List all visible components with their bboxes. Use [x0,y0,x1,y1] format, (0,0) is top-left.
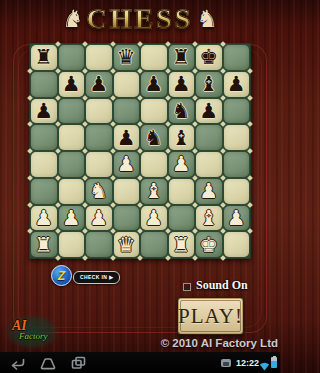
square-b7: ♟ [59,72,85,97]
board-stud [247,202,253,208]
black-pawn-piece: ♟ [144,72,163,96]
square-g8: ♚ [196,45,222,70]
square-g4 [196,152,222,177]
square-e3: ♝ [141,179,167,204]
square-b6 [59,99,85,124]
square-f2 [169,206,195,231]
white-pawn-piece: ♟ [34,206,53,230]
black-pawn-piece: ♟ [227,72,246,96]
white-pawn-piece: ♟ [117,152,136,176]
android-system-bar: 12:22 [0,352,280,373]
board-stud [165,255,171,261]
square-h7: ♟ [224,72,250,97]
knight-icon: ♞ [62,4,84,34]
zeemote-z-icon: Z [58,269,65,283]
square-c4 [86,152,112,177]
home-icon[interactable] [38,355,58,370]
black-pawn-piece: ♟ [117,126,136,150]
square-g3: ♟ [196,179,222,204]
board-stud [55,255,61,261]
board-stud [247,68,253,74]
square-a8: ♜ [31,45,57,70]
square-e6 [141,99,167,124]
black-queen-piece: ♛ [117,45,136,69]
black-pawn-piece: ♟ [34,99,53,123]
square-e5: ♞ [141,125,167,150]
square-h6 [224,99,250,124]
white-bishop-piece: ♝ [199,206,218,230]
black-bishop-piece: ♝ [199,72,218,96]
black-pawn-piece: ♟ [172,72,191,96]
white-pawn-piece: ♟ [227,206,246,230]
square-c1 [86,232,112,257]
sound-checkbox[interactable] [183,283,191,291]
square-c3: ♞ [86,179,112,204]
square-g7: ♝ [196,72,222,97]
square-g5 [196,125,222,150]
black-knight-piece: ♞ [172,99,191,123]
app-title-bar: ♞ CHESS ♞ [0,1,280,37]
square-b1 [59,232,85,257]
black-pawn-piece: ♟ [199,99,218,123]
square-h1 [224,232,250,257]
logo-factory-text: Factory [19,331,48,341]
white-rook-piece: ♜ [172,233,191,257]
chess-title-screen: { "game": "chess", "app_title": "CHESS",… [0,0,280,373]
square-g1: ♚ [196,232,222,257]
square-g2: ♝ [196,206,222,231]
white-pawn-piece: ♟ [89,206,108,230]
white-knight-piece: ♞ [89,179,108,203]
knight-icon: ♞ [196,4,218,34]
square-h2: ♟ [224,206,250,231]
square-e2: ♟ [141,206,167,231]
white-pawn-piece: ♟ [199,179,218,203]
chess-board: ♜♛♜♚♟♟♟♟♝♟♟♞♟♟♞♝♟♟♞♝♟♟♟♟♟♝♟♜♛♜♚ [29,43,251,259]
board-stud [220,255,226,261]
square-d6 [114,99,140,124]
board-stud [110,255,116,261]
white-queen-piece: ♛ [117,233,136,257]
square-d1: ♛ [114,232,140,257]
square-e8 [141,45,167,70]
battery-icon [271,357,277,368]
square-f3 [169,179,195,204]
black-pawn-piece: ♟ [62,72,81,96]
square-d2 [114,206,140,231]
square-b4 [59,152,85,177]
square-d4: ♟ [114,152,140,177]
black-bishop-piece: ♝ [172,126,191,150]
square-a3 [31,179,57,204]
square-a7 [31,72,57,97]
square-h4 [224,152,250,177]
square-c6 [86,99,112,124]
black-pawn-piece: ♟ [89,72,108,96]
check-in-button[interactable]: CHECK IN ▶ [73,271,120,284]
play-button-label: PLAY! [178,304,243,329]
square-h5 [224,125,250,150]
square-a1: ♜ [31,232,57,257]
white-pawn-piece: ♟ [172,152,191,176]
square-f6: ♞ [169,99,195,124]
square-e7: ♟ [141,72,167,97]
recents-icon[interactable] [68,355,88,370]
board-stud [247,175,253,181]
white-pawn-piece: ♟ [144,206,163,230]
square-b3 [59,179,85,204]
square-f8: ♜ [169,45,195,70]
square-c8 [86,45,112,70]
square-c5 [86,125,112,150]
app-title: CHESS [87,3,194,35]
square-d3 [114,179,140,204]
square-e1 [141,232,167,257]
copyright-text: © 2010 AI Factory Ltd [161,337,278,349]
sound-label: Sound On [196,278,248,293]
play-button[interactable]: PLAY! [177,297,244,335]
square-a6: ♟ [31,99,57,124]
square-a5 [31,125,57,150]
square-h8 [224,45,250,70]
black-king-piece: ♚ [199,45,218,69]
square-h3 [224,179,250,204]
status-time: 12:22 [236,358,259,368]
square-d5: ♟ [114,125,140,150]
square-g6: ♟ [196,99,222,124]
square-f4: ♟ [169,152,195,177]
square-d8: ♛ [114,45,140,70]
square-f1: ♜ [169,232,195,257]
wifi-icon [259,357,270,373]
square-b2: ♟ [59,206,85,231]
square-f7: ♟ [169,72,195,97]
ai-factory-logo: AI Factory [6,315,58,349]
square-a2: ♟ [31,206,57,231]
square-b5 [59,125,85,150]
white-rook-piece: ♜ [34,233,53,257]
square-b8 [59,45,85,70]
black-rook-piece: ♜ [34,45,53,69]
white-bishop-piece: ♝ [144,179,163,203]
square-d7 [114,72,140,97]
square-e4 [141,152,167,177]
white-pawn-piece: ♟ [62,206,81,230]
black-knight-piece: ♞ [144,126,163,150]
zeemote-button[interactable]: Z [51,265,72,286]
square-c2: ♟ [86,206,112,231]
square-f5: ♝ [169,125,195,150]
white-king-piece: ♚ [199,233,218,257]
square-a4 [31,152,57,177]
square-c7: ♟ [86,72,112,97]
back-icon[interactable] [8,355,28,370]
board-stud [247,95,253,101]
notification-icon [221,359,231,367]
black-rook-piece: ♜ [172,45,191,69]
